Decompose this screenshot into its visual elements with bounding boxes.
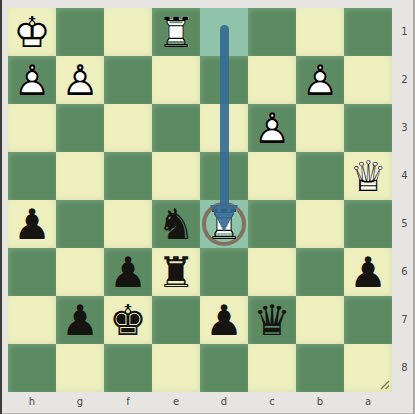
square-g2[interactable]: ♟♙ — [56, 56, 104, 104]
square-a5[interactable] — [344, 200, 392, 248]
square-b8[interactable] — [296, 344, 344, 392]
square-b2[interactable]: ♟♙ — [296, 56, 344, 104]
file-label-b: b — [296, 393, 344, 412]
square-d5[interactable]: ♜♖ — [200, 200, 248, 248]
piece-white-pawn-h2[interactable]: ♟♙ — [8, 56, 56, 104]
square-f3[interactable] — [104, 104, 152, 152]
square-e8[interactable] — [152, 344, 200, 392]
square-e5[interactable]: ♞ — [152, 200, 200, 248]
square-h1[interactable]: ♚♔ — [8, 8, 56, 56]
file-label-a: a — [344, 393, 392, 412]
square-c1[interactable] — [248, 8, 296, 56]
square-g3[interactable] — [56, 104, 104, 152]
piece-black-pawn-h5[interactable]: ♟ — [8, 200, 56, 248]
square-f2[interactable] — [104, 56, 152, 104]
square-h3[interactable] — [8, 104, 56, 152]
square-h5[interactable]: ♟ — [8, 200, 56, 248]
square-b3[interactable] — [296, 104, 344, 152]
square-a6[interactable]: ♟ — [344, 248, 392, 296]
file-label-h: h — [8, 393, 56, 412]
square-b5[interactable] — [296, 200, 344, 248]
square-g4[interactable] — [56, 152, 104, 200]
square-c6[interactable] — [248, 248, 296, 296]
piece-glyph-outline: ♙ — [56, 56, 104, 104]
square-a1[interactable] — [344, 8, 392, 56]
square-c3[interactable]: ♟♙ — [248, 104, 296, 152]
square-b4[interactable] — [296, 152, 344, 200]
piece-glyph: ♟ — [200, 296, 248, 344]
piece-white-pawn-c3[interactable]: ♟♙ — [248, 104, 296, 152]
square-b1[interactable] — [296, 8, 344, 56]
piece-glyph: ♚ — [104, 296, 152, 344]
square-h2[interactable]: ♟♙ — [8, 56, 56, 104]
square-c8[interactable] — [248, 344, 296, 392]
square-c7[interactable]: ♛ — [248, 296, 296, 344]
piece-glyph-outline: ♙ — [296, 56, 344, 104]
piece-black-rook-e6[interactable]: ♜ — [152, 248, 200, 296]
square-e4[interactable] — [152, 152, 200, 200]
square-b6[interactable] — [296, 248, 344, 296]
rank-label-8: 8 — [394, 344, 415, 392]
piece-glyph: ♞ — [152, 200, 200, 248]
square-g7[interactable]: ♟ — [56, 296, 104, 344]
piece-black-king-f7[interactable]: ♚ — [104, 296, 152, 344]
square-h8[interactable] — [8, 344, 56, 392]
file-label-e: e — [152, 393, 200, 412]
piece-white-rook-d5[interactable]: ♜♖ — [200, 200, 248, 248]
rank-label-4: 4 — [394, 152, 415, 200]
square-h7[interactable] — [8, 296, 56, 344]
piece-glyph-outline: ♖ — [200, 200, 248, 248]
rank-labels: 12345678 — [394, 8, 415, 392]
square-f4[interactable] — [104, 152, 152, 200]
square-e7[interactable] — [152, 296, 200, 344]
piece-glyph: ♜ — [152, 248, 200, 296]
chess-board: ♚♔♜♖♟♙♟♙♟♙♟♙♛♕♟♞♜♖♟♜♟♟♚♟♛ — [8, 8, 392, 392]
file-label-f: f — [104, 393, 152, 412]
square-f1[interactable] — [104, 8, 152, 56]
square-c5[interactable] — [248, 200, 296, 248]
square-g8[interactable] — [56, 344, 104, 392]
piece-black-pawn-f6[interactable]: ♟ — [104, 248, 152, 296]
square-h4[interactable] — [8, 152, 56, 200]
piece-glyph-outline: ♖ — [152, 8, 200, 56]
file-label-g: g — [56, 393, 104, 412]
square-g1[interactable] — [56, 8, 104, 56]
square-e1[interactable]: ♜♖ — [152, 8, 200, 56]
piece-glyph: ♛ — [248, 296, 296, 344]
file-label-d: d — [200, 393, 248, 412]
square-d3[interactable] — [200, 104, 248, 152]
rank-label-7: 7 — [394, 296, 415, 344]
square-c2[interactable] — [248, 56, 296, 104]
piece-glyph-outline: ♙ — [248, 104, 296, 152]
square-f7[interactable]: ♚ — [104, 296, 152, 344]
square-f6[interactable]: ♟ — [104, 248, 152, 296]
square-c4[interactable] — [248, 152, 296, 200]
file-labels: hgfedcba — [8, 393, 392, 412]
board-resize-handle[interactable] — [379, 379, 390, 390]
piece-black-queen-c7[interactable]: ♛ — [248, 296, 296, 344]
square-d4[interactable] — [200, 152, 248, 200]
square-a7[interactable] — [344, 296, 392, 344]
file-label-c: c — [248, 393, 296, 412]
piece-glyph: ♟ — [344, 248, 392, 296]
piece-black-pawn-a6[interactable]: ♟ — [344, 248, 392, 296]
piece-glyph-outline: ♔ — [8, 8, 56, 56]
square-d6[interactable] — [200, 248, 248, 296]
piece-glyph: ♟ — [56, 296, 104, 344]
piece-black-pawn-g7[interactable]: ♟ — [56, 296, 104, 344]
piece-white-king-h1[interactable]: ♚♔ — [8, 8, 56, 56]
rank-label-3: 3 — [394, 104, 415, 152]
square-g5[interactable] — [56, 200, 104, 248]
square-f8[interactable] — [104, 344, 152, 392]
chess-app-window: ♚♔♜♖♟♙♟♙♟♙♟♙♛♕♟♞♜♖♟♜♟♟♚♟♛ 12345678 hgfed… — [0, 0, 415, 414]
rank-label-2: 2 — [394, 56, 415, 104]
square-e2[interactable] — [152, 56, 200, 104]
square-a4[interactable]: ♛♕ — [344, 152, 392, 200]
piece-black-pawn-d7[interactable]: ♟ — [200, 296, 248, 344]
square-d1[interactable] — [200, 8, 248, 56]
square-b7[interactable] — [296, 296, 344, 344]
rank-label-5: 5 — [394, 200, 415, 248]
square-g6[interactable] — [56, 248, 104, 296]
square-e6[interactable]: ♜ — [152, 248, 200, 296]
piece-glyph: ♟ — [104, 248, 152, 296]
rank-label-6: 6 — [394, 248, 415, 296]
piece-black-knight-e5[interactable]: ♞ — [152, 200, 200, 248]
board-squares: ♚♔♜♖♟♙♟♙♟♙♟♙♛♕♟♞♜♖♟♜♟♟♚♟♛ — [8, 8, 392, 392]
square-a3[interactable] — [344, 104, 392, 152]
piece-white-rook-e1[interactable]: ♜♖ — [152, 8, 200, 56]
square-d8[interactable] — [200, 344, 248, 392]
square-h6[interactable] — [8, 248, 56, 296]
piece-white-pawn-g2[interactable]: ♟♙ — [56, 56, 104, 104]
rank-label-1: 1 — [394, 8, 415, 56]
square-a2[interactable] — [344, 56, 392, 104]
square-e3[interactable] — [152, 104, 200, 152]
piece-glyph-outline: ♕ — [344, 152, 392, 200]
square-d2[interactable] — [200, 56, 248, 104]
square-d7[interactable]: ♟ — [200, 296, 248, 344]
square-f5[interactable] — [104, 200, 152, 248]
piece-glyph: ♟ — [8, 200, 56, 248]
piece-glyph-outline: ♙ — [8, 56, 56, 104]
piece-white-pawn-b2[interactable]: ♟♙ — [296, 56, 344, 104]
piece-white-queen-a4[interactable]: ♛♕ — [344, 152, 392, 200]
